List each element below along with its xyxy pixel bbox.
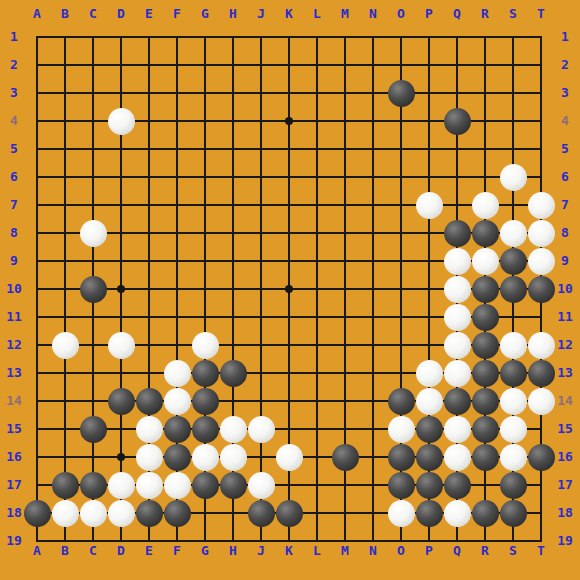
intersection-D1[interactable]: [107, 23, 135, 51]
intersection-N10[interactable]: [359, 275, 387, 303]
intersection-F19[interactable]: [163, 527, 191, 555]
intersection-C7[interactable]: [79, 191, 107, 219]
intersection-C14[interactable]: [79, 387, 107, 415]
intersection-E17[interactable]: [135, 471, 163, 499]
intersection-K9[interactable]: [275, 247, 303, 275]
intersection-K10[interactable]: [275, 275, 303, 303]
intersection-S12[interactable]: [499, 331, 527, 359]
intersection-P15[interactable]: [415, 415, 443, 443]
intersection-O7[interactable]: [387, 191, 415, 219]
intersection-J9[interactable]: [247, 247, 275, 275]
intersection-C17[interactable]: [79, 471, 107, 499]
intersection-B17[interactable]: [51, 471, 79, 499]
intersection-F16[interactable]: [163, 443, 191, 471]
intersection-S14[interactable]: [499, 387, 527, 415]
intersection-P14[interactable]: [415, 387, 443, 415]
intersection-M5[interactable]: [331, 135, 359, 163]
intersection-A10[interactable]: [23, 275, 51, 303]
intersection-L9[interactable]: [303, 247, 331, 275]
intersection-S4[interactable]: [499, 107, 527, 135]
intersection-M12[interactable]: [331, 331, 359, 359]
intersection-B11[interactable]: [51, 303, 79, 331]
intersection-T9[interactable]: [527, 247, 555, 275]
intersection-R9[interactable]: [471, 247, 499, 275]
intersection-F1[interactable]: [163, 23, 191, 51]
intersection-O2[interactable]: [387, 51, 415, 79]
intersection-E12[interactable]: [135, 331, 163, 359]
intersection-N9[interactable]: [359, 247, 387, 275]
intersection-Q1[interactable]: [443, 23, 471, 51]
intersection-C12[interactable]: [79, 331, 107, 359]
intersection-L8[interactable]: [303, 219, 331, 247]
intersection-E5[interactable]: [135, 135, 163, 163]
intersection-Q2[interactable]: [443, 51, 471, 79]
intersection-K3[interactable]: [275, 79, 303, 107]
intersection-P5[interactable]: [415, 135, 443, 163]
intersection-R18[interactable]: [471, 499, 499, 527]
intersection-O12[interactable]: [387, 331, 415, 359]
intersection-G19[interactable]: [191, 527, 219, 555]
intersection-H8[interactable]: [219, 219, 247, 247]
intersection-O15[interactable]: [387, 415, 415, 443]
intersection-M3[interactable]: [331, 79, 359, 107]
intersection-T1[interactable]: [527, 23, 555, 51]
intersection-D9[interactable]: [107, 247, 135, 275]
intersection-D6[interactable]: [107, 163, 135, 191]
intersection-L15[interactable]: [303, 415, 331, 443]
intersection-Q16[interactable]: [443, 443, 471, 471]
intersection-K15[interactable]: [275, 415, 303, 443]
intersection-E15[interactable]: [135, 415, 163, 443]
intersection-O8[interactable]: [387, 219, 415, 247]
intersection-N6[interactable]: [359, 163, 387, 191]
intersection-J13[interactable]: [247, 359, 275, 387]
intersection-F14[interactable]: [163, 387, 191, 415]
intersection-T15[interactable]: [527, 415, 555, 443]
intersection-F10[interactable]: [163, 275, 191, 303]
intersection-T11[interactable]: [527, 303, 555, 331]
intersection-C3[interactable]: [79, 79, 107, 107]
intersection-Q11[interactable]: [443, 303, 471, 331]
intersection-S3[interactable]: [499, 79, 527, 107]
intersection-B1[interactable]: [51, 23, 79, 51]
intersection-O18[interactable]: [387, 499, 415, 527]
intersection-B5[interactable]: [51, 135, 79, 163]
intersection-F8[interactable]: [163, 219, 191, 247]
intersection-P12[interactable]: [415, 331, 443, 359]
intersection-C1[interactable]: [79, 23, 107, 51]
intersection-J4[interactable]: [247, 107, 275, 135]
intersection-G17[interactable]: [191, 471, 219, 499]
intersection-T18[interactable]: [527, 499, 555, 527]
intersection-E16[interactable]: [135, 443, 163, 471]
intersection-K12[interactable]: [275, 331, 303, 359]
intersection-N12[interactable]: [359, 331, 387, 359]
intersection-G7[interactable]: [191, 191, 219, 219]
intersection-E4[interactable]: [135, 107, 163, 135]
intersection-E11[interactable]: [135, 303, 163, 331]
intersection-B7[interactable]: [51, 191, 79, 219]
intersection-R16[interactable]: [471, 443, 499, 471]
intersection-C9[interactable]: [79, 247, 107, 275]
intersection-R12[interactable]: [471, 331, 499, 359]
intersection-L11[interactable]: [303, 303, 331, 331]
intersection-J1[interactable]: [247, 23, 275, 51]
intersection-J18[interactable]: [247, 499, 275, 527]
intersection-S11[interactable]: [499, 303, 527, 331]
intersection-J11[interactable]: [247, 303, 275, 331]
intersection-S18[interactable]: [499, 499, 527, 527]
intersection-L10[interactable]: [303, 275, 331, 303]
intersection-H18[interactable]: [219, 499, 247, 527]
intersection-K5[interactable]: [275, 135, 303, 163]
intersection-K2[interactable]: [275, 51, 303, 79]
intersection-C4[interactable]: [79, 107, 107, 135]
intersection-T10[interactable]: [527, 275, 555, 303]
intersection-P8[interactable]: [415, 219, 443, 247]
intersection-A12[interactable]: [23, 331, 51, 359]
intersection-G6[interactable]: [191, 163, 219, 191]
intersection-C13[interactable]: [79, 359, 107, 387]
intersection-L19[interactable]: [303, 527, 331, 555]
intersection-S17[interactable]: [499, 471, 527, 499]
intersection-D18[interactable]: [107, 499, 135, 527]
intersection-J5[interactable]: [247, 135, 275, 163]
intersection-H10[interactable]: [219, 275, 247, 303]
intersection-R3[interactable]: [471, 79, 499, 107]
intersection-M19[interactable]: [331, 527, 359, 555]
intersection-P2[interactable]: [415, 51, 443, 79]
intersection-B13[interactable]: [51, 359, 79, 387]
intersection-B3[interactable]: [51, 79, 79, 107]
intersection-E9[interactable]: [135, 247, 163, 275]
intersection-G9[interactable]: [191, 247, 219, 275]
intersection-P13[interactable]: [415, 359, 443, 387]
intersection-D15[interactable]: [107, 415, 135, 443]
intersection-Q6[interactable]: [443, 163, 471, 191]
intersection-R2[interactable]: [471, 51, 499, 79]
intersection-H13[interactable]: [219, 359, 247, 387]
intersection-H1[interactable]: [219, 23, 247, 51]
intersection-L13[interactable]: [303, 359, 331, 387]
intersection-E3[interactable]: [135, 79, 163, 107]
intersection-B8[interactable]: [51, 219, 79, 247]
intersection-N18[interactable]: [359, 499, 387, 527]
intersection-R4[interactable]: [471, 107, 499, 135]
intersection-K8[interactable]: [275, 219, 303, 247]
intersection-F2[interactable]: [163, 51, 191, 79]
intersection-T12[interactable]: [527, 331, 555, 359]
intersection-T19[interactable]: [527, 527, 555, 555]
intersection-N1[interactable]: [359, 23, 387, 51]
intersection-N15[interactable]: [359, 415, 387, 443]
intersection-E19[interactable]: [135, 527, 163, 555]
intersection-Q17[interactable]: [443, 471, 471, 499]
intersection-Q3[interactable]: [443, 79, 471, 107]
intersection-O10[interactable]: [387, 275, 415, 303]
intersection-B10[interactable]: [51, 275, 79, 303]
intersection-S2[interactable]: [499, 51, 527, 79]
intersection-C18[interactable]: [79, 499, 107, 527]
intersection-S8[interactable]: [499, 219, 527, 247]
intersection-P9[interactable]: [415, 247, 443, 275]
intersection-K4[interactable]: [275, 107, 303, 135]
intersection-N14[interactable]: [359, 387, 387, 415]
intersection-G4[interactable]: [191, 107, 219, 135]
intersection-L1[interactable]: [303, 23, 331, 51]
intersection-S15[interactable]: [499, 415, 527, 443]
intersection-Q12[interactable]: [443, 331, 471, 359]
intersection-H14[interactable]: [219, 387, 247, 415]
intersection-L18[interactable]: [303, 499, 331, 527]
intersection-B14[interactable]: [51, 387, 79, 415]
intersection-G1[interactable]: [191, 23, 219, 51]
intersection-G2[interactable]: [191, 51, 219, 79]
intersection-O19[interactable]: [387, 527, 415, 555]
intersection-R10[interactable]: [471, 275, 499, 303]
intersection-F5[interactable]: [163, 135, 191, 163]
intersection-G10[interactable]: [191, 275, 219, 303]
intersection-D16[interactable]: [107, 443, 135, 471]
intersection-N16[interactable]: [359, 443, 387, 471]
intersection-K11[interactable]: [275, 303, 303, 331]
intersection-H3[interactable]: [219, 79, 247, 107]
intersection-J17[interactable]: [247, 471, 275, 499]
intersection-O1[interactable]: [387, 23, 415, 51]
intersection-A18[interactable]: [23, 499, 51, 527]
intersection-E1[interactable]: [135, 23, 163, 51]
intersection-F11[interactable]: [163, 303, 191, 331]
intersection-C15[interactable]: [79, 415, 107, 443]
intersection-B15[interactable]: [51, 415, 79, 443]
intersection-F3[interactable]: [163, 79, 191, 107]
intersection-H6[interactable]: [219, 163, 247, 191]
intersection-H12[interactable]: [219, 331, 247, 359]
intersection-B12[interactable]: [51, 331, 79, 359]
intersection-Q19[interactable]: [443, 527, 471, 555]
intersection-R17[interactable]: [471, 471, 499, 499]
intersection-M8[interactable]: [331, 219, 359, 247]
intersection-M15[interactable]: [331, 415, 359, 443]
intersection-H2[interactable]: [219, 51, 247, 79]
intersection-P18[interactable]: [415, 499, 443, 527]
intersection-K14[interactable]: [275, 387, 303, 415]
intersection-L2[interactable]: [303, 51, 331, 79]
intersection-M17[interactable]: [331, 471, 359, 499]
intersection-S9[interactable]: [499, 247, 527, 275]
intersection-N7[interactable]: [359, 191, 387, 219]
intersection-J15[interactable]: [247, 415, 275, 443]
intersection-N17[interactable]: [359, 471, 387, 499]
intersection-K6[interactable]: [275, 163, 303, 191]
intersection-E2[interactable]: [135, 51, 163, 79]
intersection-S1[interactable]: [499, 23, 527, 51]
intersection-T3[interactable]: [527, 79, 555, 107]
intersection-O9[interactable]: [387, 247, 415, 275]
intersection-C8[interactable]: [79, 219, 107, 247]
intersection-M10[interactable]: [331, 275, 359, 303]
intersection-P1[interactable]: [415, 23, 443, 51]
intersection-D5[interactable]: [107, 135, 135, 163]
intersection-P11[interactable]: [415, 303, 443, 331]
intersection-G12[interactable]: [191, 331, 219, 359]
intersection-A1[interactable]: [23, 23, 51, 51]
intersection-J7[interactable]: [247, 191, 275, 219]
intersection-N11[interactable]: [359, 303, 387, 331]
intersection-C5[interactable]: [79, 135, 107, 163]
intersection-Q14[interactable]: [443, 387, 471, 415]
intersection-L17[interactable]: [303, 471, 331, 499]
intersection-K13[interactable]: [275, 359, 303, 387]
intersection-L3[interactable]: [303, 79, 331, 107]
intersection-R15[interactable]: [471, 415, 499, 443]
intersection-A14[interactable]: [23, 387, 51, 415]
intersection-M9[interactable]: [331, 247, 359, 275]
intersection-E6[interactable]: [135, 163, 163, 191]
intersection-T16[interactable]: [527, 443, 555, 471]
intersection-M6[interactable]: [331, 163, 359, 191]
intersection-N8[interactable]: [359, 219, 387, 247]
intersection-O4[interactable]: [387, 107, 415, 135]
intersection-D8[interactable]: [107, 219, 135, 247]
intersection-B4[interactable]: [51, 107, 79, 135]
intersection-Q10[interactable]: [443, 275, 471, 303]
intersection-D7[interactable]: [107, 191, 135, 219]
intersection-M13[interactable]: [331, 359, 359, 387]
intersection-H19[interactable]: [219, 527, 247, 555]
intersection-T4[interactable]: [527, 107, 555, 135]
intersection-L6[interactable]: [303, 163, 331, 191]
intersection-A5[interactable]: [23, 135, 51, 163]
intersection-L7[interactable]: [303, 191, 331, 219]
intersection-N3[interactable]: [359, 79, 387, 107]
intersection-N2[interactable]: [359, 51, 387, 79]
intersection-M18[interactable]: [331, 499, 359, 527]
intersection-O6[interactable]: [387, 163, 415, 191]
intersection-J19[interactable]: [247, 527, 275, 555]
intersection-T8[interactable]: [527, 219, 555, 247]
intersection-A9[interactable]: [23, 247, 51, 275]
intersection-Q8[interactable]: [443, 219, 471, 247]
intersection-S10[interactable]: [499, 275, 527, 303]
intersection-H4[interactable]: [219, 107, 247, 135]
intersection-L5[interactable]: [303, 135, 331, 163]
intersection-R5[interactable]: [471, 135, 499, 163]
intersection-F15[interactable]: [163, 415, 191, 443]
intersection-D13[interactable]: [107, 359, 135, 387]
intersection-C2[interactable]: [79, 51, 107, 79]
intersection-K7[interactable]: [275, 191, 303, 219]
intersection-B2[interactable]: [51, 51, 79, 79]
intersection-G14[interactable]: [191, 387, 219, 415]
intersection-O16[interactable]: [387, 443, 415, 471]
intersection-A13[interactable]: [23, 359, 51, 387]
intersection-S13[interactable]: [499, 359, 527, 387]
intersection-D14[interactable]: [107, 387, 135, 415]
intersection-J6[interactable]: [247, 163, 275, 191]
intersection-D12[interactable]: [107, 331, 135, 359]
intersection-P16[interactable]: [415, 443, 443, 471]
intersection-T17[interactable]: [527, 471, 555, 499]
intersection-R13[interactable]: [471, 359, 499, 387]
intersection-K18[interactable]: [275, 499, 303, 527]
intersection-J10[interactable]: [247, 275, 275, 303]
intersection-H11[interactable]: [219, 303, 247, 331]
intersection-B6[interactable]: [51, 163, 79, 191]
intersection-Q18[interactable]: [443, 499, 471, 527]
intersection-S16[interactable]: [499, 443, 527, 471]
intersection-C19[interactable]: [79, 527, 107, 555]
intersection-O14[interactable]: [387, 387, 415, 415]
intersection-N4[interactable]: [359, 107, 387, 135]
intersection-G8[interactable]: [191, 219, 219, 247]
intersection-H9[interactable]: [219, 247, 247, 275]
intersection-A19[interactable]: [23, 527, 51, 555]
intersection-A3[interactable]: [23, 79, 51, 107]
intersection-S6[interactable]: [499, 163, 527, 191]
intersection-B9[interactable]: [51, 247, 79, 275]
intersection-C10[interactable]: [79, 275, 107, 303]
intersection-G13[interactable]: [191, 359, 219, 387]
intersection-H7[interactable]: [219, 191, 247, 219]
intersection-S19[interactable]: [499, 527, 527, 555]
intersection-B16[interactable]: [51, 443, 79, 471]
intersection-J12[interactable]: [247, 331, 275, 359]
intersection-P7[interactable]: [415, 191, 443, 219]
intersection-G5[interactable]: [191, 135, 219, 163]
intersection-F13[interactable]: [163, 359, 191, 387]
intersection-G16[interactable]: [191, 443, 219, 471]
intersection-N13[interactable]: [359, 359, 387, 387]
intersection-Q4[interactable]: [443, 107, 471, 135]
intersection-T2[interactable]: [527, 51, 555, 79]
intersection-F4[interactable]: [163, 107, 191, 135]
intersection-J8[interactable]: [247, 219, 275, 247]
intersection-F9[interactable]: [163, 247, 191, 275]
intersection-R14[interactable]: [471, 387, 499, 415]
intersection-P10[interactable]: [415, 275, 443, 303]
intersection-G15[interactable]: [191, 415, 219, 443]
intersection-F17[interactable]: [163, 471, 191, 499]
intersection-M16[interactable]: [331, 443, 359, 471]
intersection-G11[interactable]: [191, 303, 219, 331]
intersection-H16[interactable]: [219, 443, 247, 471]
intersection-A4[interactable]: [23, 107, 51, 135]
intersection-M7[interactable]: [331, 191, 359, 219]
intersection-H5[interactable]: [219, 135, 247, 163]
intersection-Q7[interactable]: [443, 191, 471, 219]
intersection-C11[interactable]: [79, 303, 107, 331]
intersection-J2[interactable]: [247, 51, 275, 79]
intersection-G3[interactable]: [191, 79, 219, 107]
intersection-N5[interactable]: [359, 135, 387, 163]
intersection-P19[interactable]: [415, 527, 443, 555]
intersection-O13[interactable]: [387, 359, 415, 387]
intersection-A6[interactable]: [23, 163, 51, 191]
intersection-R19[interactable]: [471, 527, 499, 555]
intersection-H15[interactable]: [219, 415, 247, 443]
intersection-F7[interactable]: [163, 191, 191, 219]
intersection-N19[interactable]: [359, 527, 387, 555]
intersection-T6[interactable]: [527, 163, 555, 191]
intersection-O3[interactable]: [387, 79, 415, 107]
intersection-K1[interactable]: [275, 23, 303, 51]
intersection-A7[interactable]: [23, 191, 51, 219]
intersection-A11[interactable]: [23, 303, 51, 331]
intersection-E14[interactable]: [135, 387, 163, 415]
intersection-P4[interactable]: [415, 107, 443, 135]
intersection-D4[interactable]: [107, 107, 135, 135]
